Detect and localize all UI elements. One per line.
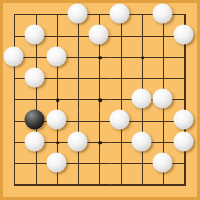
intersection-E9[interactable] [89, 4, 110, 25]
intersection-B8[interactable] [26, 26, 47, 47]
intersection-F3[interactable] [111, 132, 132, 153]
intersection-A8[interactable] [4, 26, 25, 47]
intersection-J9[interactable] [174, 4, 195, 25]
white-stone [110, 110, 130, 130]
intersection-A7[interactable] [4, 47, 25, 68]
intersection-C7[interactable] [47, 47, 68, 68]
intersection-D3[interactable] [68, 132, 89, 153]
intersection-G1[interactable] [132, 174, 153, 195]
white-stone [25, 67, 45, 87]
intersection-B1[interactable] [26, 174, 47, 195]
white-stone [46, 110, 66, 130]
white-stone [89, 25, 109, 45]
white-stone [110, 4, 130, 24]
intersection-C8[interactable] [47, 26, 68, 47]
star-point [56, 141, 60, 145]
intersection-H2[interactable] [153, 153, 174, 174]
white-stone [152, 89, 172, 109]
intersection-J5[interactable] [174, 89, 195, 110]
intersection-F5[interactable] [111, 89, 132, 110]
intersection-D9[interactable] [68, 4, 89, 25]
intersection-E5[interactable] [89, 89, 110, 110]
white-stone [174, 25, 194, 45]
intersection-H9[interactable] [153, 4, 174, 25]
intersection-B2[interactable] [26, 153, 47, 174]
intersection-G9[interactable] [132, 4, 153, 25]
go-board-frame [0, 0, 200, 200]
intersection-C1[interactable] [47, 174, 68, 195]
intersection-D5[interactable] [68, 89, 89, 110]
intersection-G5[interactable] [132, 89, 153, 110]
intersection-F2[interactable] [111, 153, 132, 174]
intersection-A5[interactable] [4, 89, 25, 110]
go-board [3, 3, 197, 197]
intersection-A3[interactable] [4, 132, 25, 153]
intersection-C3[interactable] [47, 132, 68, 153]
intersection-H8[interactable] [153, 26, 174, 47]
intersection-E2[interactable] [89, 153, 110, 174]
intersection-F8[interactable] [111, 26, 132, 47]
intersection-F6[interactable] [111, 68, 132, 89]
intersection-A9[interactable] [4, 4, 25, 25]
intersection-H5[interactable] [153, 89, 174, 110]
intersection-D8[interactable] [68, 26, 89, 47]
intersection-D7[interactable] [68, 47, 89, 68]
intersection-G7[interactable] [132, 47, 153, 68]
intersection-G3[interactable] [132, 132, 153, 153]
star-point [98, 56, 102, 60]
white-stone [174, 110, 194, 130]
intersection-E4[interactable] [89, 111, 110, 132]
intersection-D6[interactable] [68, 68, 89, 89]
intersection-F7[interactable] [111, 47, 132, 68]
white-stone [4, 46, 24, 66]
intersection-G2[interactable] [132, 153, 153, 174]
star-point [98, 141, 102, 145]
white-stone [67, 4, 87, 24]
intersection-C5[interactable] [47, 89, 68, 110]
board-grid [4, 4, 195, 195]
intersection-G4[interactable] [132, 111, 153, 132]
intersection-E6[interactable] [89, 68, 110, 89]
intersection-B6[interactable] [26, 68, 47, 89]
white-stone [46, 152, 66, 172]
intersection-F9[interactable] [111, 4, 132, 25]
intersection-J7[interactable] [174, 47, 195, 68]
intersection-B3[interactable] [26, 132, 47, 153]
intersection-E1[interactable] [89, 174, 110, 195]
white-stone [131, 131, 151, 151]
intersection-J3[interactable] [174, 132, 195, 153]
intersection-A6[interactable] [4, 68, 25, 89]
intersection-C2[interactable] [47, 153, 68, 174]
white-stone [131, 89, 151, 109]
white-stone [152, 152, 172, 172]
intersection-J1[interactable] [174, 174, 195, 195]
intersection-A4[interactable] [4, 111, 25, 132]
star-point [98, 98, 102, 102]
intersection-J4[interactable] [174, 111, 195, 132]
intersection-D2[interactable] [68, 153, 89, 174]
intersection-D4[interactable] [68, 111, 89, 132]
intersection-H1[interactable] [153, 174, 174, 195]
intersection-B7[interactable] [26, 47, 47, 68]
intersection-B4[interactable] [26, 111, 47, 132]
intersection-J8[interactable] [174, 26, 195, 47]
intersection-J6[interactable] [174, 68, 195, 89]
intersection-H7[interactable] [153, 47, 174, 68]
intersection-C9[interactable] [47, 4, 68, 25]
intersection-D1[interactable] [68, 174, 89, 195]
intersection-B9[interactable] [26, 4, 47, 25]
white-stone [25, 25, 45, 45]
white-stone [67, 131, 87, 151]
intersection-A1[interactable] [4, 174, 25, 195]
intersection-B5[interactable] [26, 89, 47, 110]
white-stone [25, 131, 45, 151]
star-point [56, 98, 60, 102]
intersection-E7[interactable] [89, 47, 110, 68]
intersection-H6[interactable] [153, 68, 174, 89]
white-stone [152, 4, 172, 24]
intersection-H4[interactable] [153, 111, 174, 132]
intersection-G6[interactable] [132, 68, 153, 89]
intersection-J2[interactable] [174, 153, 195, 174]
intersection-H3[interactable] [153, 132, 174, 153]
intersection-C6[interactable] [47, 68, 68, 89]
black-stone [25, 110, 45, 130]
intersection-F1[interactable] [111, 174, 132, 195]
intersection-G8[interactable] [132, 26, 153, 47]
star-point [141, 56, 145, 60]
intersection-C4[interactable] [47, 111, 68, 132]
intersection-F4[interactable] [111, 111, 132, 132]
intersection-A2[interactable] [4, 153, 25, 174]
intersection-E8[interactable] [89, 26, 110, 47]
white-stone [174, 131, 194, 151]
intersection-E3[interactable] [89, 132, 110, 153]
white-stone [46, 46, 66, 66]
